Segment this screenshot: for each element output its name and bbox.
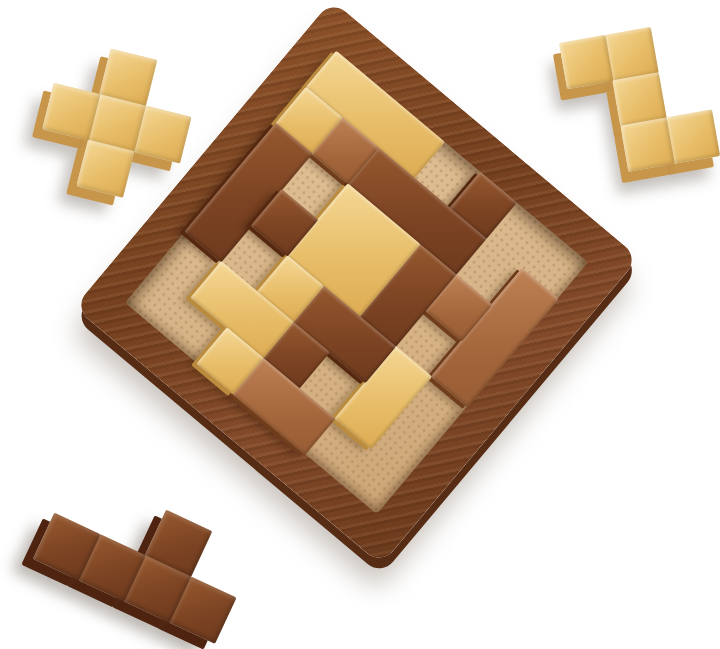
- loose-piece-cross[interactable]: [31, 37, 202, 208]
- piece-zigzag-block: [620, 117, 674, 171]
- piece-zigzag-block: [559, 35, 613, 89]
- puzzle-scene: [0, 0, 720, 649]
- piece-zigzag-block: [666, 109, 720, 163]
- loose-piece-zigzag[interactable]: [559, 19, 719, 179]
- loose-piece-tbar[interactable]: [33, 467, 257, 642]
- board-tray-mdf: [125, 51, 589, 515]
- piece-cross-block: [76, 140, 134, 198]
